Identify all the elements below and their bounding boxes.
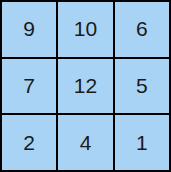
number-grid-board: 9 10 6 7 12 5 2 4 1 xyxy=(0,0,171,172)
cell-r2c0[interactable]: 2 xyxy=(2,115,56,170)
cell-r2c2[interactable]: 1 xyxy=(115,115,169,170)
cell-r0c2[interactable]: 6 xyxy=(115,2,169,57)
cell-r1c1[interactable]: 12 xyxy=(58,59,112,114)
cell-r1c2[interactable]: 5 xyxy=(115,59,169,114)
cell-r0c1[interactable]: 10 xyxy=(58,2,112,57)
cell-r1c0[interactable]: 7 xyxy=(2,59,56,114)
cell-r0c0[interactable]: 9 xyxy=(2,2,56,57)
cell-r2c1[interactable]: 4 xyxy=(58,115,112,170)
